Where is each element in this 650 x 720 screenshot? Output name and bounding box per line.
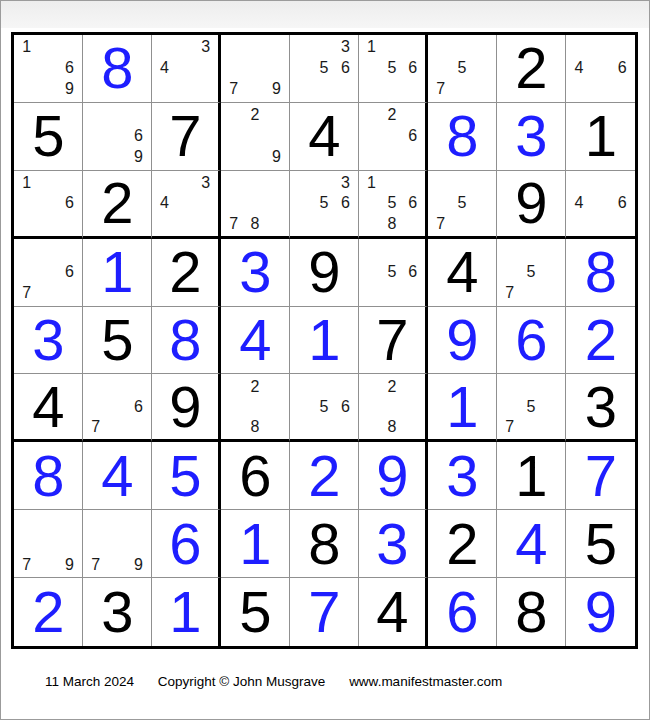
pencil-marks: 67 bbox=[85, 376, 149, 437]
candidate-digit: 9 bbox=[59, 554, 80, 575]
solved-digit: 1 bbox=[169, 583, 200, 641]
candidate-digit: 6 bbox=[402, 126, 423, 147]
candidate-digit: 3 bbox=[195, 173, 216, 193]
solved-digit: 2 bbox=[308, 447, 339, 505]
candidate-digit: 9 bbox=[59, 79, 80, 100]
candidate-digit: 5 bbox=[382, 193, 403, 213]
candidate-digit: 6 bbox=[59, 262, 80, 283]
solved-digit: 4 bbox=[101, 447, 132, 505]
solved-digit: 3 bbox=[32, 311, 63, 369]
cell-r1c4[interactable]: 79 bbox=[221, 35, 290, 103]
pencil-marks: 57 bbox=[430, 173, 494, 234]
pencil-marks: 356 bbox=[292, 37, 356, 100]
cell-r3c3[interactable]: 34 bbox=[152, 171, 221, 239]
cell-r4c9[interactable]: 8 bbox=[566, 239, 635, 307]
given-digit: 9 bbox=[308, 243, 339, 301]
pencil-marks: 34 bbox=[154, 173, 216, 234]
solved-digit: 3 bbox=[446, 447, 477, 505]
candidate-digit: 9 bbox=[128, 147, 149, 168]
candidate-digit: 6 bbox=[59, 193, 80, 213]
cell-r9c7[interactable]: 6 bbox=[428, 578, 497, 646]
cell-r8c8[interactable]: 4 bbox=[497, 510, 566, 578]
candidate-digit: 5 bbox=[520, 262, 541, 283]
candidate-digit: 5 bbox=[313, 397, 334, 417]
footer: 11 March 2024 Copyright © John Musgrave … bbox=[45, 674, 502, 689]
solved-digit: 9 bbox=[585, 583, 616, 641]
cell-r9c4[interactable]: 5 bbox=[221, 578, 290, 646]
solved-digit: 3 bbox=[376, 515, 407, 573]
pencil-marks: 356 bbox=[292, 173, 356, 234]
solved-digit: 1 bbox=[101, 243, 132, 301]
candidate-digit: 3 bbox=[195, 37, 216, 58]
given-digit: 2 bbox=[101, 174, 132, 232]
cell-r4c4[interactable]: 3 bbox=[221, 239, 290, 307]
candidate-digit: 1 bbox=[361, 37, 382, 58]
candidate-digit: 6 bbox=[59, 58, 80, 79]
cell-r6c7[interactable]: 1 bbox=[428, 374, 497, 442]
cell-r2c9[interactable]: 1 bbox=[566, 103, 635, 171]
given-digit: 1 bbox=[515, 447, 546, 505]
solved-digit: 8 bbox=[101, 39, 132, 97]
candidate-digit: 7 bbox=[16, 283, 37, 304]
cell-r1c9[interactable]: 46 bbox=[566, 35, 635, 103]
candidate-digit: 5 bbox=[520, 397, 541, 417]
cell-r4c5[interactable]: 9 bbox=[290, 239, 359, 307]
solved-digit: 8 bbox=[585, 243, 616, 301]
candidate-digit: 4 bbox=[154, 193, 175, 213]
candidate-digit: 2 bbox=[382, 376, 403, 396]
candidate-digit: 6 bbox=[611, 193, 633, 213]
cell-r5c8[interactable]: 6 bbox=[497, 307, 566, 375]
solved-digit: 6 bbox=[446, 583, 477, 641]
pencil-marks: 28 bbox=[361, 376, 423, 437]
candidate-digit: 3 bbox=[335, 37, 356, 58]
candidate-digit: 4 bbox=[154, 58, 175, 79]
cell-r6c8[interactable]: 57 bbox=[497, 374, 566, 442]
cell-r4c1[interactable]: 67 bbox=[14, 239, 83, 307]
cell-r8c1[interactable]: 79 bbox=[14, 510, 83, 578]
candidate-digit: 8 bbox=[244, 417, 265, 437]
cell-r7c2[interactable]: 4 bbox=[83, 442, 152, 510]
candidate-digit: 8 bbox=[244, 213, 265, 233]
cell-r1c2[interactable]: 8 bbox=[83, 35, 152, 103]
given-digit: 2 bbox=[515, 39, 546, 97]
cell-r6c6[interactable]: 28 bbox=[359, 374, 428, 442]
candidate-digit: 7 bbox=[430, 79, 451, 100]
candidate-digit: 5 bbox=[382, 262, 403, 283]
solved-digit: 7 bbox=[585, 447, 616, 505]
candidate-digit: 1 bbox=[16, 37, 37, 58]
candidate-digit: 7 bbox=[16, 554, 37, 575]
cell-r6c1[interactable]: 4 bbox=[14, 374, 83, 442]
candidate-digit: 9 bbox=[266, 79, 287, 100]
cell-r2c3[interactable]: 7 bbox=[152, 103, 221, 171]
footer-date: 11 March 2024 bbox=[45, 674, 134, 689]
candidate-digit: 6 bbox=[402, 193, 423, 213]
solved-digit: 9 bbox=[446, 311, 477, 369]
pencil-marks: 46 bbox=[568, 37, 633, 100]
given-digit: 9 bbox=[169, 378, 200, 436]
cell-r9c6[interactable]: 4 bbox=[359, 578, 428, 646]
cell-r1c7[interactable]: 57 bbox=[428, 35, 497, 103]
candidate-digit: 7 bbox=[499, 283, 520, 304]
cell-r9c8[interactable]: 8 bbox=[497, 578, 566, 646]
solved-digit: 3 bbox=[515, 107, 546, 165]
cell-r6c9[interactable]: 3 bbox=[566, 374, 635, 442]
cell-r9c5[interactable]: 7 bbox=[290, 578, 359, 646]
cell-r6c3[interactable]: 9 bbox=[152, 374, 221, 442]
cell-r2c7[interactable]: 8 bbox=[428, 103, 497, 171]
cell-r3c7[interactable]: 57 bbox=[428, 171, 497, 239]
candidate-digit: 9 bbox=[128, 554, 149, 575]
cell-r2c5[interactable]: 4 bbox=[290, 103, 359, 171]
candidate-digit: 5 bbox=[382, 58, 403, 79]
cell-r5c3[interactable]: 8 bbox=[152, 307, 221, 375]
cell-r8c3[interactable]: 6 bbox=[152, 510, 221, 578]
cell-r3c4[interactable]: 78 bbox=[221, 171, 290, 239]
solved-digit: 7 bbox=[308, 583, 339, 641]
given-digit: 4 bbox=[32, 378, 63, 436]
cell-r3c2[interactable]: 2 bbox=[83, 171, 152, 239]
solved-digit: 1 bbox=[446, 378, 477, 436]
cell-r1c1[interactable]: 169 bbox=[14, 35, 83, 103]
solved-digit: 8 bbox=[32, 447, 63, 505]
candidate-digit: 6 bbox=[128, 126, 149, 147]
cell-r2c2[interactable]: 69 bbox=[83, 103, 152, 171]
given-digit: 4 bbox=[376, 583, 407, 641]
candidate-digit: 7 bbox=[223, 213, 244, 233]
pencil-marks: 56 bbox=[361, 241, 423, 304]
candidate-digit: 5 bbox=[313, 58, 334, 79]
solved-digit: 6 bbox=[515, 311, 546, 369]
cell-r3c6[interactable]: 1568 bbox=[359, 171, 428, 239]
cell-r5c6[interactable]: 7 bbox=[359, 307, 428, 375]
solved-digit: 9 bbox=[376, 447, 407, 505]
solved-digit: 2 bbox=[585, 311, 616, 369]
candidate-digit: 5 bbox=[451, 193, 472, 213]
candidate-digit: 6 bbox=[335, 193, 356, 213]
given-digit: 6 bbox=[239, 447, 270, 505]
cell-r2c4[interactable]: 29 bbox=[221, 103, 290, 171]
cell-r2c8[interactable]: 3 bbox=[497, 103, 566, 171]
cell-r2c1[interactable]: 5 bbox=[14, 103, 83, 171]
cell-r3c8[interactable]: 9 bbox=[497, 171, 566, 239]
pencil-marks: 79 bbox=[85, 512, 149, 575]
cell-r5c1[interactable]: 3 bbox=[14, 307, 83, 375]
cell-r9c9[interactable]: 9 bbox=[566, 578, 635, 646]
candidate-digit: 5 bbox=[313, 193, 334, 213]
pencil-marks: 57 bbox=[430, 37, 494, 100]
candidate-digit: 9 bbox=[266, 147, 287, 168]
pencil-marks: 156 bbox=[361, 37, 423, 100]
cell-r5c4[interactable]: 4 bbox=[221, 307, 290, 375]
solved-digit: 4 bbox=[515, 515, 546, 573]
cell-r8c7[interactable]: 2 bbox=[428, 510, 497, 578]
given-digit: 4 bbox=[446, 243, 477, 301]
given-digit: 9 bbox=[515, 174, 546, 232]
sudoku-grid: 1698347935615657246569729426831162347835… bbox=[11, 32, 638, 649]
candidate-digit: 5 bbox=[451, 58, 472, 79]
cell-r5c2[interactable]: 5 bbox=[83, 307, 152, 375]
pencil-marks: 34 bbox=[154, 37, 216, 100]
cell-r3c9[interactable]: 46 bbox=[566, 171, 635, 239]
pencil-marks: 56 bbox=[292, 376, 356, 437]
cell-r1c8[interactable]: 2 bbox=[497, 35, 566, 103]
cell-r9c1[interactable]: 2 bbox=[14, 578, 83, 646]
candidate-digit: 7 bbox=[85, 417, 106, 437]
cell-r7c7[interactable]: 3 bbox=[428, 442, 497, 510]
pencil-marks: 67 bbox=[16, 241, 80, 304]
candidate-digit: 3 bbox=[335, 173, 356, 193]
cell-r1c5[interactable]: 356 bbox=[290, 35, 359, 103]
candidate-digit: 2 bbox=[244, 105, 265, 126]
cell-r7c9[interactable]: 7 bbox=[566, 442, 635, 510]
candidate-digit: 8 bbox=[382, 417, 403, 437]
cell-r1c3[interactable]: 34 bbox=[152, 35, 221, 103]
candidate-digit: 7 bbox=[223, 79, 244, 100]
given-digit: 2 bbox=[446, 515, 477, 573]
candidate-digit: 6 bbox=[611, 58, 633, 79]
solved-digit: 4 bbox=[239, 311, 270, 369]
candidate-digit: 4 bbox=[568, 58, 590, 79]
pencil-marks: 57 bbox=[499, 376, 563, 437]
pencil-marks: 79 bbox=[223, 37, 287, 100]
solved-digit: 2 bbox=[32, 583, 63, 641]
given-digit: 5 bbox=[585, 515, 616, 573]
cell-r4c8[interactable]: 57 bbox=[497, 239, 566, 307]
cell-r6c2[interactable]: 67 bbox=[83, 374, 152, 442]
candidate-digit: 1 bbox=[361, 173, 382, 193]
solved-digit: 1 bbox=[308, 311, 339, 369]
given-digit: 4 bbox=[308, 107, 339, 165]
given-digit: 7 bbox=[169, 107, 200, 165]
cell-r8c2[interactable]: 79 bbox=[83, 510, 152, 578]
solved-digit: 8 bbox=[446, 107, 477, 165]
given-digit: 3 bbox=[101, 583, 132, 641]
pencil-marks: 16 bbox=[16, 173, 80, 234]
cell-r7c1[interactable]: 8 bbox=[14, 442, 83, 510]
cell-r6c5[interactable]: 56 bbox=[290, 374, 359, 442]
given-digit: 8 bbox=[515, 583, 546, 641]
pencil-marks: 57 bbox=[499, 241, 563, 304]
cell-r3c5[interactable]: 356 bbox=[290, 171, 359, 239]
pencil-marks: 28 bbox=[223, 376, 287, 437]
candidate-digit: 4 bbox=[568, 193, 590, 213]
footer-copyright: Copyright © John Musgrave bbox=[158, 674, 326, 689]
candidate-digit: 6 bbox=[402, 262, 423, 283]
pencil-marks: 29 bbox=[223, 105, 287, 168]
cell-r4c6[interactable]: 56 bbox=[359, 239, 428, 307]
given-digit: 5 bbox=[239, 583, 270, 641]
candidate-digit: 7 bbox=[430, 213, 451, 233]
cell-r7c5[interactable]: 2 bbox=[290, 442, 359, 510]
cell-r3c1[interactable]: 16 bbox=[14, 171, 83, 239]
cell-r9c2[interactable]: 3 bbox=[83, 578, 152, 646]
pencil-marks: 79 bbox=[16, 512, 80, 575]
candidate-digit: 6 bbox=[335, 397, 356, 417]
solved-digit: 1 bbox=[239, 515, 270, 573]
pencil-marks: 46 bbox=[568, 173, 633, 234]
candidate-digit: 6 bbox=[402, 58, 423, 79]
cell-r8c6[interactable]: 3 bbox=[359, 510, 428, 578]
given-digit: 5 bbox=[32, 107, 63, 165]
candidate-digit: 2 bbox=[244, 376, 265, 396]
candidate-digit: 1 bbox=[16, 173, 37, 193]
cell-r8c4[interactable]: 1 bbox=[221, 510, 290, 578]
cell-r7c3[interactable]: 5 bbox=[152, 442, 221, 510]
cell-r7c6[interactable]: 9 bbox=[359, 442, 428, 510]
cell-r7c8[interactable]: 1 bbox=[497, 442, 566, 510]
candidate-digit: 7 bbox=[499, 417, 520, 437]
pencil-marks: 78 bbox=[223, 173, 287, 234]
pencil-marks: 26 bbox=[361, 105, 423, 168]
cell-r1c6[interactable]: 156 bbox=[359, 35, 428, 103]
given-digit: 7 bbox=[376, 311, 407, 369]
given-digit: 1 bbox=[585, 107, 616, 165]
candidate-digit: 8 bbox=[382, 213, 403, 233]
solved-digit: 3 bbox=[239, 243, 270, 301]
candidate-digit: 6 bbox=[335, 58, 356, 79]
cell-r5c5[interactable]: 1 bbox=[290, 307, 359, 375]
pencil-marks: 69 bbox=[85, 105, 149, 168]
cell-r4c7[interactable]: 4 bbox=[428, 239, 497, 307]
pencil-marks: 1568 bbox=[361, 173, 423, 234]
given-digit: 8 bbox=[308, 515, 339, 573]
cell-r4c3[interactable]: 2 bbox=[152, 239, 221, 307]
cell-r5c7[interactable]: 9 bbox=[428, 307, 497, 375]
candidate-digit: 6 bbox=[128, 397, 149, 417]
given-digit: 5 bbox=[101, 311, 132, 369]
puzzle-page: 1698347935615657246569729426831162347835… bbox=[0, 0, 650, 720]
top-band bbox=[1, 1, 649, 28]
given-digit: 2 bbox=[169, 243, 200, 301]
cell-r5c9[interactable]: 2 bbox=[566, 307, 635, 375]
footer-url: www.manifestmaster.com bbox=[349, 674, 502, 689]
cell-r8c9[interactable]: 5 bbox=[566, 510, 635, 578]
cell-r8c5[interactable]: 8 bbox=[290, 510, 359, 578]
solved-digit: 6 bbox=[169, 515, 200, 573]
cell-r6c4[interactable]: 28 bbox=[221, 374, 290, 442]
cell-r2c6[interactable]: 26 bbox=[359, 103, 428, 171]
cell-r7c4[interactable]: 6 bbox=[221, 442, 290, 510]
candidate-digit: 7 bbox=[85, 554, 106, 575]
cell-r4c2[interactable]: 1 bbox=[83, 239, 152, 307]
given-digit: 3 bbox=[585, 378, 616, 436]
cell-r9c3[interactable]: 1 bbox=[152, 578, 221, 646]
candidate-digit: 2 bbox=[382, 105, 403, 126]
pencil-marks: 169 bbox=[16, 37, 80, 100]
solved-digit: 5 bbox=[169, 447, 200, 505]
solved-digit: 8 bbox=[169, 311, 200, 369]
